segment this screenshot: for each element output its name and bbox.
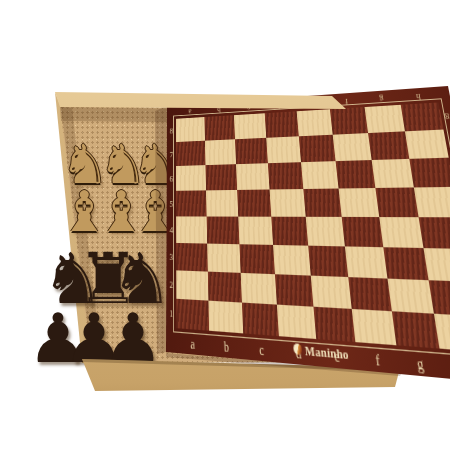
rank-label-8: 8 bbox=[170, 126, 173, 135]
square-g2 bbox=[387, 279, 433, 314]
product-photo-stage: ♞♞♞♝♝♝♞♜♞♟♟♟ abcdefgh abcdefgh 87654321 … bbox=[0, 0, 450, 450]
square-g5 bbox=[375, 187, 418, 217]
square-e6 bbox=[301, 161, 339, 189]
square-g3 bbox=[383, 247, 428, 280]
rank-label-1: 1 bbox=[169, 307, 173, 318]
file-label-top-a: a bbox=[189, 107, 192, 116]
rank-label-3: 3 bbox=[170, 251, 173, 261]
square-b7 bbox=[205, 139, 236, 165]
file-label-top-g: g bbox=[379, 94, 384, 104]
square-d1 bbox=[277, 305, 316, 339]
square-a6 bbox=[176, 165, 206, 191]
square-d7 bbox=[266, 136, 301, 163]
file-label-c: c bbox=[259, 342, 265, 360]
square-b8 bbox=[204, 115, 235, 140]
square-g6 bbox=[372, 159, 414, 188]
file-label-b: b bbox=[224, 339, 230, 357]
square-g7 bbox=[368, 131, 409, 160]
square-h6 bbox=[409, 158, 450, 188]
square-e5 bbox=[303, 189, 341, 217]
file-label-top-d: d bbox=[278, 101, 282, 110]
rank-labels-left: 87654321 bbox=[166, 119, 176, 328]
square-b4 bbox=[207, 217, 240, 245]
file-label-g: g bbox=[416, 355, 425, 376]
rank-label-7: 7 bbox=[170, 150, 173, 159]
square-a2 bbox=[176, 270, 208, 300]
square-g4 bbox=[379, 217, 423, 248]
square-e1 bbox=[313, 307, 355, 342]
square-a3 bbox=[176, 243, 208, 272]
square-f2 bbox=[348, 277, 392, 311]
square-f3 bbox=[345, 246, 388, 278]
square-d3 bbox=[273, 245, 311, 276]
rank-label-5: 5 bbox=[170, 199, 173, 208]
square-b5 bbox=[206, 190, 238, 217]
square-f5 bbox=[339, 188, 380, 217]
file-label-a: a bbox=[190, 336, 195, 354]
file-label-top-c: c bbox=[247, 103, 251, 112]
square-d5 bbox=[270, 189, 306, 217]
rank-label-2: 2 bbox=[170, 279, 173, 290]
square-d8 bbox=[265, 111, 299, 138]
square-g8 bbox=[365, 105, 405, 133]
square-a7 bbox=[176, 141, 205, 166]
square-c8 bbox=[234, 113, 266, 139]
tray-piece-natural-knight: ♞ bbox=[96, 138, 150, 192]
square-b6 bbox=[205, 164, 237, 190]
square-b3 bbox=[207, 244, 240, 273]
tray-piece-dark-knight: ♞ bbox=[38, 244, 108, 314]
tray-piece-natural-bishop: ♝ bbox=[56, 184, 112, 240]
tray-piece-dark-pawn: ♟ bbox=[99, 305, 167, 373]
tray-piece-dark-pawn: ♟ bbox=[60, 305, 128, 373]
square-d4 bbox=[271, 217, 308, 246]
square-e7 bbox=[299, 135, 336, 162]
rank-label-right-8: 8 bbox=[444, 110, 450, 120]
playing-area bbox=[176, 102, 450, 352]
square-c7 bbox=[235, 138, 268, 164]
rank-label-6: 6 bbox=[170, 174, 173, 183]
rank-label-4: 4 bbox=[170, 225, 173, 235]
square-e2 bbox=[311, 276, 352, 309]
square-e8 bbox=[297, 109, 333, 136]
file-label-top-h: h bbox=[415, 91, 421, 101]
square-e3 bbox=[308, 246, 348, 277]
square-c1 bbox=[242, 303, 279, 337]
square-c5 bbox=[237, 189, 271, 216]
file-label-top-f: f bbox=[344, 96, 348, 105]
square-h7 bbox=[405, 130, 449, 159]
file-label-top-e: e bbox=[310, 99, 314, 108]
square-c4 bbox=[238, 217, 273, 245]
tray-piece-natural-bishop: ♝ bbox=[93, 184, 149, 240]
square-f8 bbox=[330, 107, 368, 135]
square-f7 bbox=[333, 133, 372, 161]
file-label-top-b: b bbox=[217, 105, 221, 114]
chess-board: abcdefgh abcdefgh 87654321 87654321 Mani… bbox=[166, 86, 450, 384]
logo-text: Maninho bbox=[304, 342, 349, 361]
square-h4 bbox=[419, 217, 450, 249]
logo-ball-icon bbox=[293, 343, 302, 355]
tray-piece-natural-knight: ♞ bbox=[58, 138, 112, 192]
square-h8 bbox=[401, 102, 444, 131]
square-d2 bbox=[275, 274, 314, 307]
square-a5 bbox=[176, 190, 206, 216]
square-g1 bbox=[392, 311, 440, 348]
square-f4 bbox=[342, 217, 384, 247]
file-label-f: f bbox=[374, 351, 381, 371]
square-f1 bbox=[352, 309, 397, 345]
square-c3 bbox=[239, 244, 275, 274]
square-e4 bbox=[306, 217, 345, 247]
tray-piece-dark-rook: ♜ bbox=[73, 244, 143, 314]
tray-piece-dark-pawn: ♟ bbox=[24, 305, 92, 373]
square-c2 bbox=[241, 273, 277, 305]
square-f6 bbox=[336, 160, 376, 188]
square-a4 bbox=[176, 216, 207, 243]
square-d6 bbox=[268, 162, 303, 189]
square-a1 bbox=[176, 299, 209, 331]
square-a8 bbox=[176, 117, 205, 142]
square-h3 bbox=[423, 248, 450, 282]
square-c6 bbox=[236, 163, 269, 190]
square-h5 bbox=[414, 187, 450, 217]
square-b2 bbox=[208, 272, 242, 303]
square-b1 bbox=[208, 301, 243, 334]
